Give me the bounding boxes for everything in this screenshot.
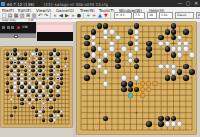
control-label: ☑auto xyxy=(177,14,186,17)
stone-white[interactable] xyxy=(97,46,102,51)
left-board[interactable] xyxy=(1,47,72,127)
stone-white[interactable] xyxy=(28,81,31,84)
stone-black[interactable] xyxy=(35,48,38,51)
stone-white[interactable] xyxy=(103,52,108,57)
stone-mark xyxy=(14,62,15,63)
window-controls: —▢✕ xyxy=(176,0,200,7)
stone-black[interactable] xyxy=(13,106,16,109)
stone-white[interactable] xyxy=(17,52,20,55)
player-bar-button[interactable] xyxy=(7,26,10,29)
panel-splitter[interactable] xyxy=(73,22,77,137)
stone-white[interactable] xyxy=(134,29,139,34)
stone-black[interactable] xyxy=(146,121,151,126)
stone-mark xyxy=(36,53,37,54)
stone-black[interactable] xyxy=(6,81,9,84)
stone-black[interactable] xyxy=(165,46,170,51)
analyze-button[interactable]: AI xyxy=(196,12,200,19)
stone-mark xyxy=(25,66,26,67)
control-label: 30 xyxy=(149,14,153,17)
stone-black[interactable] xyxy=(115,64,120,69)
auto-check[interactable]: ☑auto xyxy=(175,12,195,19)
stone-white[interactable] xyxy=(134,46,139,51)
handicap-select[interactable]: H: 0 ▾ xyxy=(114,12,132,19)
stone-black[interactable] xyxy=(56,94,59,97)
maximize-button[interactable]: ▢ xyxy=(184,0,192,7)
stone-black[interactable] xyxy=(183,75,188,80)
toolbar-separator xyxy=(110,13,111,18)
app-window: 64.7.12 (136) [13]: katago-nt 40b-s034 1… xyxy=(0,0,200,137)
stone-black[interactable] xyxy=(91,46,96,51)
window-title-file: [13]: katago-nt 40b-s034 13.cfg xyxy=(44,1,150,6)
stone-white[interactable] xyxy=(121,46,126,51)
stone-black[interactable] xyxy=(146,41,151,46)
stone-black[interactable] xyxy=(56,52,59,55)
stone-white[interactable] xyxy=(91,41,96,46)
app-icon xyxy=(1,2,5,6)
stone-black[interactable] xyxy=(128,29,133,34)
stone-white[interactable] xyxy=(109,29,114,34)
stone-black[interactable] xyxy=(24,81,27,84)
stone-mark xyxy=(43,107,44,108)
stone-white[interactable] xyxy=(109,46,114,51)
stone-black[interactable] xyxy=(91,29,96,34)
stone-black[interactable] xyxy=(84,52,89,57)
stone-black[interactable] xyxy=(84,75,89,80)
stone-black[interactable] xyxy=(189,69,194,74)
player-bar-button[interactable] xyxy=(2,26,5,29)
stone-black[interactable] xyxy=(64,57,67,60)
stone-white[interactable] xyxy=(28,94,31,97)
stone-white[interactable] xyxy=(13,85,16,88)
engine-info-rows: B 64.7% +1.2W 35.3% (136) xyxy=(37,32,76,41)
star-point xyxy=(99,112,101,114)
stone-white[interactable] xyxy=(128,52,133,57)
engine-info-row: W 35.3% (136) xyxy=(37,37,76,42)
stone-white[interactable] xyxy=(177,52,182,57)
toolbar-separator xyxy=(83,13,84,18)
window-title: 64.7.12 (136) xyxy=(7,1,34,6)
stone-white[interactable] xyxy=(121,75,126,80)
star-point xyxy=(99,42,101,44)
player-bar: 136 xyxy=(0,22,36,33)
stone-black[interactable] xyxy=(115,52,120,57)
engine-info-row: B 64.7% +1.2 xyxy=(37,32,76,37)
stone-black[interactable] xyxy=(91,69,96,74)
star-point xyxy=(136,112,138,114)
redo-icon[interactable]: ↷ xyxy=(43,12,49,18)
stone-black[interactable] xyxy=(31,106,34,109)
toolbar-separator xyxy=(50,13,51,18)
stone-black[interactable] xyxy=(171,75,176,80)
stone-black[interactable] xyxy=(183,29,188,34)
komi-field[interactable]: 7.5 xyxy=(133,12,145,19)
stone-white[interactable] xyxy=(53,81,56,84)
stone-white[interactable] xyxy=(183,41,188,46)
star-point xyxy=(14,111,16,113)
stone-black[interactable] xyxy=(20,102,23,105)
stone-black[interactable] xyxy=(128,41,133,46)
stone-white[interactable] xyxy=(158,41,163,46)
stone-white[interactable] xyxy=(115,35,120,40)
candidate-move[interactable] xyxy=(152,81,157,86)
stone-black[interactable] xyxy=(128,81,133,86)
close-button[interactable]: ✕ xyxy=(192,0,200,7)
stone-black[interactable] xyxy=(56,65,59,68)
minimize-button[interactable]: — xyxy=(176,0,184,7)
stone-black[interactable] xyxy=(13,48,16,51)
stone-black[interactable] xyxy=(49,89,52,92)
pass-icon[interactable]: ● xyxy=(76,12,82,18)
stone-black[interactable] xyxy=(35,85,38,88)
stone-white[interactable] xyxy=(49,85,52,88)
stone-mark xyxy=(39,74,40,75)
star-point xyxy=(173,42,175,44)
player-bar-button[interactable] xyxy=(11,26,14,29)
stone-white[interactable] xyxy=(10,98,13,101)
game-position-slider[interactable] xyxy=(0,33,36,38)
stone-black[interactable] xyxy=(165,75,170,80)
stone-white[interactable] xyxy=(183,46,188,51)
status-bar: katago-nt 40b-s034 13.cfg (136) 64.7% xyxy=(0,128,70,137)
stone-black[interactable] xyxy=(49,106,52,109)
stone-black[interactable] xyxy=(165,29,170,34)
stone-white[interactable] xyxy=(189,52,194,57)
player-bar-move-number: 136 xyxy=(22,26,28,29)
title-bar: 64.7.12 (136) [13]: katago-nt 40b-s034 1… xyxy=(0,0,200,7)
stone-black[interactable] xyxy=(171,52,176,57)
stone-black[interactable] xyxy=(84,41,89,46)
stone-white[interactable] xyxy=(56,89,59,92)
stone-white[interactable] xyxy=(171,46,176,51)
stone-black[interactable] xyxy=(171,23,176,28)
stone-black[interactable] xyxy=(97,23,102,28)
control-label: AI xyxy=(198,14,200,17)
mark-red-icon[interactable]: ▼ xyxy=(103,12,109,18)
stone-white[interactable] xyxy=(56,57,59,60)
right-board[interactable] xyxy=(77,22,196,134)
stone-black[interactable] xyxy=(146,52,151,57)
stone-white[interactable] xyxy=(109,41,114,46)
moves-field[interactable]: 30 xyxy=(147,12,157,19)
stone-black[interactable] xyxy=(56,85,59,88)
stone-black[interactable] xyxy=(146,46,151,51)
control-label: H: 0 ▾ xyxy=(116,14,125,17)
stone-white[interactable] xyxy=(28,57,31,60)
stone-white[interactable] xyxy=(165,121,170,126)
stone-mark xyxy=(57,78,58,79)
record-dot-icon[interactable] xyxy=(17,26,20,29)
stone-black[interactable] xyxy=(49,94,52,97)
stone-black[interactable] xyxy=(53,48,56,51)
control-label: 7.5 xyxy=(135,14,140,17)
stone-black[interactable] xyxy=(171,29,176,34)
control-label: 1.0s xyxy=(161,14,167,17)
stone-white[interactable] xyxy=(53,118,56,121)
analysis-table[interactable]: mv win% pts poQ16 64.7 +1.2 1360R14 62.3… xyxy=(37,22,76,32)
stone-black[interactable] xyxy=(121,81,126,86)
stone-white[interactable] xyxy=(103,81,108,86)
candidate-move[interactable] xyxy=(128,93,133,98)
stone-black[interactable] xyxy=(38,52,41,55)
stone-white[interactable] xyxy=(91,52,96,57)
slider-handle[interactable] xyxy=(14,35,18,39)
stone-mark xyxy=(39,99,40,100)
speed-field[interactable]: 1.0s xyxy=(159,12,174,19)
stone-white[interactable] xyxy=(28,102,31,105)
stone-white[interactable] xyxy=(103,29,108,34)
stone-white[interactable] xyxy=(134,75,139,80)
stone-black[interactable] xyxy=(84,64,89,69)
stone-black[interactable] xyxy=(158,116,163,121)
stone-black[interactable] xyxy=(158,121,163,126)
star-point xyxy=(173,112,175,114)
stone-white[interactable] xyxy=(165,41,170,46)
stone-black[interactable] xyxy=(183,64,188,69)
stone-mark xyxy=(11,53,12,54)
player-bar-buttons xyxy=(2,26,16,29)
stone-white[interactable] xyxy=(56,61,59,64)
stone-black[interactable] xyxy=(134,23,139,28)
stone-white[interactable] xyxy=(158,64,163,69)
star-point xyxy=(99,77,101,79)
